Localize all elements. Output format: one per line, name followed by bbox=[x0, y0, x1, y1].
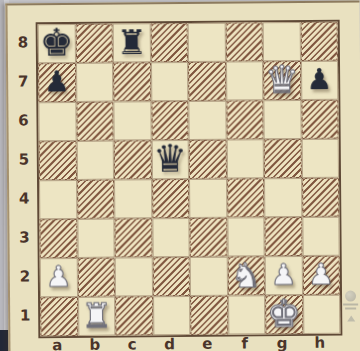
file-label-f: f bbox=[236, 334, 254, 351]
square-h4[interactable] bbox=[302, 178, 340, 217]
square-a5[interactable] bbox=[39, 141, 77, 180]
square-d8[interactable] bbox=[150, 23, 188, 62]
square-c2[interactable] bbox=[115, 257, 153, 296]
rank-label-4: 4 bbox=[15, 189, 33, 207]
square-a3[interactable] bbox=[39, 219, 77, 258]
rank-label-1: 1 bbox=[16, 306, 34, 324]
square-e4[interactable] bbox=[189, 179, 227, 218]
piece-white-queen-g7[interactable]: ♛ bbox=[265, 60, 299, 98]
rank-label-2: 2 bbox=[16, 267, 34, 285]
square-d7[interactable] bbox=[150, 62, 188, 101]
square-c7[interactable] bbox=[113, 62, 151, 101]
file-label-a: a bbox=[48, 336, 66, 351]
chess-board: ♚♜♟♛♟♛♟♞♟♟♜♚ 87654321 abcdefgh bbox=[5, 0, 360, 351]
square-h2[interactable]: ♟ bbox=[302, 256, 340, 295]
square-h6[interactable] bbox=[301, 100, 339, 139]
file-label-g: g bbox=[273, 334, 291, 351]
square-a1[interactable] bbox=[40, 297, 78, 336]
square-b8[interactable] bbox=[75, 24, 113, 63]
square-h5[interactable] bbox=[301, 139, 339, 178]
piece-white-pawn-h2[interactable]: ♟ bbox=[308, 260, 334, 289]
piece-white-knight-f2[interactable]: ♞ bbox=[231, 257, 262, 291]
square-e3[interactable] bbox=[189, 218, 227, 257]
square-f7[interactable] bbox=[225, 61, 263, 100]
square-e5[interactable] bbox=[189, 140, 227, 179]
square-g3[interactable] bbox=[264, 217, 302, 256]
square-c8[interactable]: ♜ bbox=[113, 23, 151, 62]
square-h8[interactable] bbox=[300, 22, 338, 61]
file-label-d: d bbox=[161, 335, 179, 351]
square-e7[interactable] bbox=[188, 62, 226, 101]
piece-white-king-g1[interactable]: ♚ bbox=[267, 294, 301, 332]
square-e2[interactable] bbox=[190, 257, 228, 296]
board-squares-grid: ♚♜♟♛♟♛♟♞♟♟♜♚ bbox=[36, 20, 343, 339]
square-g2[interactable]: ♟ bbox=[265, 256, 303, 295]
square-g5[interactable] bbox=[264, 139, 302, 178]
square-d5[interactable]: ♛ bbox=[151, 140, 189, 179]
square-f2[interactable]: ♞ bbox=[227, 256, 265, 295]
square-f3[interactable] bbox=[227, 217, 265, 256]
piece-black-king-a8[interactable]: ♚ bbox=[39, 23, 73, 61]
emblem-triangle-icon bbox=[347, 316, 355, 322]
board-maker-emblem-icon bbox=[342, 290, 359, 338]
square-a4[interactable] bbox=[39, 180, 77, 219]
square-e1[interactable] bbox=[190, 296, 228, 335]
square-b1[interactable]: ♜ bbox=[78, 297, 116, 336]
square-a6[interactable] bbox=[38, 102, 76, 141]
piece-black-rook-c8[interactable]: ♜ bbox=[116, 24, 147, 58]
square-d1[interactable] bbox=[153, 296, 191, 335]
square-g8[interactable] bbox=[263, 22, 301, 61]
square-d2[interactable] bbox=[152, 257, 190, 296]
rank-labels: 87654321 bbox=[7, 2, 359, 5]
square-f8[interactable] bbox=[225, 22, 263, 61]
square-b2[interactable] bbox=[77, 258, 115, 297]
emblem-text-line bbox=[343, 303, 358, 305]
file-labels: abcdefgh bbox=[7, 2, 359, 5]
square-a8[interactable]: ♚ bbox=[38, 24, 76, 63]
piece-white-pawn-a2[interactable]: ♟ bbox=[45, 262, 71, 291]
square-b7[interactable] bbox=[75, 63, 113, 102]
square-a7[interactable]: ♟ bbox=[38, 63, 76, 102]
square-h1[interactable] bbox=[303, 295, 341, 334]
square-g4[interactable] bbox=[264, 178, 302, 217]
file-label-b: b bbox=[86, 336, 104, 351]
square-b6[interactable] bbox=[76, 102, 114, 141]
square-c4[interactable] bbox=[114, 179, 152, 218]
square-b5[interactable] bbox=[76, 141, 114, 180]
rank-label-7: 7 bbox=[14, 72, 32, 90]
square-d3[interactable] bbox=[152, 218, 190, 257]
square-e8[interactable] bbox=[188, 23, 226, 62]
square-a2[interactable]: ♟ bbox=[40, 258, 78, 297]
square-f6[interactable] bbox=[226, 100, 264, 139]
piece-black-pawn-h7[interactable]: ♟ bbox=[306, 65, 332, 94]
piece-white-rook-b1[interactable]: ♜ bbox=[81, 298, 112, 332]
piece-black-pawn-a7[interactable]: ♟ bbox=[44, 67, 70, 96]
file-label-c: c bbox=[123, 335, 141, 351]
square-c6[interactable] bbox=[113, 101, 151, 140]
emblem-text-line bbox=[345, 308, 356, 310]
square-d4[interactable] bbox=[152, 179, 190, 218]
square-c5[interactable] bbox=[114, 140, 152, 179]
file-label-e: e bbox=[198, 335, 216, 351]
piece-black-queen-d5[interactable]: ♛ bbox=[153, 139, 187, 177]
square-g6[interactable] bbox=[263, 100, 301, 139]
square-f4[interactable] bbox=[227, 178, 265, 217]
square-b3[interactable] bbox=[77, 219, 115, 258]
square-c3[interactable] bbox=[114, 218, 152, 257]
square-f1[interactable] bbox=[228, 295, 266, 334]
file-label-h: h bbox=[311, 334, 329, 351]
square-h7[interactable]: ♟ bbox=[300, 61, 338, 100]
chessboard-photo: ♚♜♟♛♟♛♟♞♟♟♜♚ 87654321 abcdefgh bbox=[0, 0, 360, 351]
emblem-globe-icon bbox=[345, 291, 356, 302]
square-c1[interactable] bbox=[115, 296, 153, 335]
piece-white-pawn-g2[interactable]: ♟ bbox=[270, 260, 296, 289]
rank-label-6: 6 bbox=[14, 111, 32, 129]
square-b4[interactable] bbox=[77, 180, 115, 219]
square-g1[interactable]: ♚ bbox=[265, 295, 303, 334]
rank-label-8: 8 bbox=[14, 33, 32, 51]
square-h3[interactable] bbox=[302, 217, 340, 256]
square-f5[interactable] bbox=[226, 139, 264, 178]
square-d6[interactable] bbox=[151, 101, 189, 140]
rank-label-3: 3 bbox=[15, 228, 33, 246]
square-e6[interactable] bbox=[188, 101, 226, 140]
square-g7[interactable]: ♛ bbox=[263, 61, 301, 100]
rank-label-5: 5 bbox=[15, 150, 33, 168]
